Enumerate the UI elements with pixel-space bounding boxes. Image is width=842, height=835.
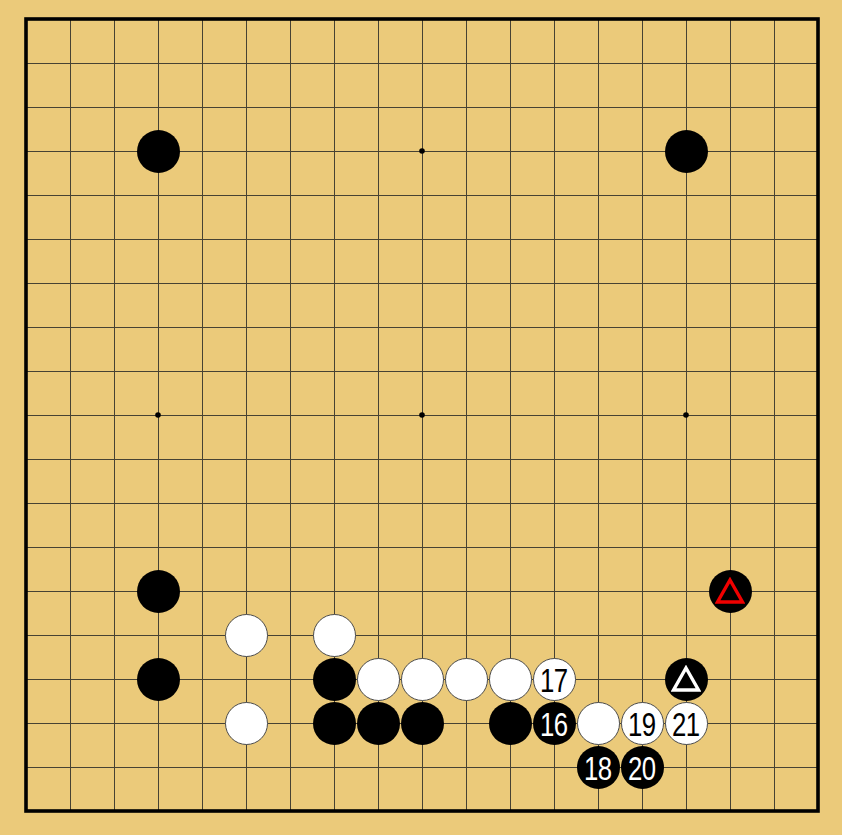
intersection-N16[interactable] (532, 129, 576, 173)
intersection-A16[interactable] (4, 129, 48, 173)
intersection-F11[interactable] (224, 349, 268, 393)
intersection-J19[interactable] (356, 0, 400, 41)
intersection-B10[interactable] (48, 393, 92, 437)
intersection-T10[interactable] (796, 393, 840, 437)
intersection-A8[interactable] (4, 481, 48, 525)
intersection-J2[interactable] (356, 745, 400, 789)
intersection-T17[interactable] (796, 85, 840, 129)
intersection-S19[interactable] (752, 0, 796, 41)
intersection-G11[interactable] (268, 349, 312, 393)
intersection-Q7[interactable] (664, 525, 708, 569)
intersection-H4[interactable] (312, 657, 356, 701)
intersection-Q16[interactable] (664, 129, 708, 173)
intersection-N19[interactable] (532, 0, 576, 41)
intersection-D9[interactable] (136, 437, 180, 481)
intersection-H5[interactable] (312, 613, 356, 657)
intersection-M4[interactable] (488, 657, 532, 701)
intersection-T16[interactable] (796, 129, 840, 173)
intersection-G18[interactable] (268, 41, 312, 85)
intersection-G1[interactable] (268, 789, 312, 833)
intersection-A4[interactable] (4, 657, 48, 701)
intersection-J12[interactable] (356, 305, 400, 349)
intersection-J5[interactable] (356, 613, 400, 657)
intersection-E7[interactable] (180, 525, 224, 569)
intersection-L6[interactable] (444, 569, 488, 613)
intersection-M15[interactable] (488, 173, 532, 217)
intersection-Q9[interactable] (664, 437, 708, 481)
intersection-T11[interactable] (796, 349, 840, 393)
intersection-G13[interactable] (268, 261, 312, 305)
intersection-B13[interactable] (48, 261, 92, 305)
intersection-R3[interactable] (708, 701, 752, 745)
intersection-R14[interactable] (708, 217, 752, 261)
intersection-C2[interactable] (92, 745, 136, 789)
intersection-K4[interactable] (400, 657, 444, 701)
intersection-L10[interactable] (444, 393, 488, 437)
intersection-K5[interactable] (400, 613, 444, 657)
intersection-E18[interactable] (180, 41, 224, 85)
intersection-R12[interactable] (708, 305, 752, 349)
intersection-H7[interactable] (312, 525, 356, 569)
intersection-J18[interactable] (356, 41, 400, 85)
intersection-L17[interactable] (444, 85, 488, 129)
intersection-O5[interactable] (576, 613, 620, 657)
intersection-A12[interactable] (4, 305, 48, 349)
intersection-S4[interactable] (752, 657, 796, 701)
intersection-B3[interactable] (48, 701, 92, 745)
intersection-T3[interactable] (796, 701, 840, 745)
intersection-N3[interactable]: 16 (532, 701, 576, 745)
intersection-B8[interactable] (48, 481, 92, 525)
intersection-J3[interactable] (356, 701, 400, 745)
intersection-L8[interactable] (444, 481, 488, 525)
intersection-L7[interactable] (444, 525, 488, 569)
intersection-D5[interactable] (136, 613, 180, 657)
intersection-B1[interactable] (48, 789, 92, 833)
intersection-T13[interactable] (796, 261, 840, 305)
intersection-N6[interactable] (532, 569, 576, 613)
intersection-K19[interactable] (400, 0, 444, 41)
intersection-O14[interactable] (576, 217, 620, 261)
intersection-E9[interactable] (180, 437, 224, 481)
intersection-F9[interactable] (224, 437, 268, 481)
intersection-P2[interactable]: 20 (620, 745, 664, 789)
intersection-J13[interactable] (356, 261, 400, 305)
intersection-P5[interactable] (620, 613, 664, 657)
intersection-A19[interactable] (4, 0, 48, 41)
intersection-G16[interactable] (268, 129, 312, 173)
intersection-S16[interactable] (752, 129, 796, 173)
intersection-H12[interactable] (312, 305, 356, 349)
intersection-P9[interactable] (620, 437, 664, 481)
intersection-F10[interactable] (224, 393, 268, 437)
intersection-R2[interactable] (708, 745, 752, 789)
intersection-N17[interactable] (532, 85, 576, 129)
intersection-L15[interactable] (444, 173, 488, 217)
intersection-K16[interactable] (400, 129, 444, 173)
intersection-K13[interactable] (400, 261, 444, 305)
intersection-O4[interactable] (576, 657, 620, 701)
intersection-D12[interactable] (136, 305, 180, 349)
intersection-Q4[interactable] (664, 657, 708, 701)
intersection-R10[interactable] (708, 393, 752, 437)
intersection-G9[interactable] (268, 437, 312, 481)
intersection-T8[interactable] (796, 481, 840, 525)
intersection-C8[interactable] (92, 481, 136, 525)
intersection-L2[interactable] (444, 745, 488, 789)
intersection-H16[interactable] (312, 129, 356, 173)
intersection-P6[interactable] (620, 569, 664, 613)
intersection-G4[interactable] (268, 657, 312, 701)
intersection-R7[interactable] (708, 525, 752, 569)
intersection-F15[interactable] (224, 173, 268, 217)
intersection-O11[interactable] (576, 349, 620, 393)
intersection-J1[interactable] (356, 789, 400, 833)
intersection-B4[interactable] (48, 657, 92, 701)
intersection-G10[interactable] (268, 393, 312, 437)
intersection-D1[interactable] (136, 789, 180, 833)
intersection-K2[interactable] (400, 745, 444, 789)
intersection-L12[interactable] (444, 305, 488, 349)
intersection-M8[interactable] (488, 481, 532, 525)
intersection-N9[interactable] (532, 437, 576, 481)
intersection-A9[interactable] (4, 437, 48, 481)
intersection-H11[interactable] (312, 349, 356, 393)
intersection-D18[interactable] (136, 41, 180, 85)
intersection-F6[interactable] (224, 569, 268, 613)
intersection-E13[interactable] (180, 261, 224, 305)
intersection-R9[interactable] (708, 437, 752, 481)
intersection-G2[interactable] (268, 745, 312, 789)
intersection-Q15[interactable] (664, 173, 708, 217)
intersection-G6[interactable] (268, 569, 312, 613)
intersection-J9[interactable] (356, 437, 400, 481)
intersection-G7[interactable] (268, 525, 312, 569)
intersection-M16[interactable] (488, 129, 532, 173)
intersection-M19[interactable] (488, 0, 532, 41)
intersection-T18[interactable] (796, 41, 840, 85)
intersection-D6[interactable] (136, 569, 180, 613)
intersection-H1[interactable] (312, 789, 356, 833)
intersection-P17[interactable] (620, 85, 664, 129)
intersection-Q5[interactable] (664, 613, 708, 657)
intersection-S15[interactable] (752, 173, 796, 217)
intersection-C13[interactable] (92, 261, 136, 305)
intersection-J8[interactable] (356, 481, 400, 525)
intersection-F1[interactable] (224, 789, 268, 833)
intersection-F17[interactable] (224, 85, 268, 129)
intersection-E8[interactable] (180, 481, 224, 525)
intersection-A6[interactable] (4, 569, 48, 613)
intersection-J17[interactable] (356, 85, 400, 129)
intersection-O19[interactable] (576, 0, 620, 41)
intersection-D19[interactable] (136, 0, 180, 41)
intersection-A3[interactable] (4, 701, 48, 745)
intersection-L14[interactable] (444, 217, 488, 261)
intersection-E5[interactable] (180, 613, 224, 657)
intersection-P7[interactable] (620, 525, 664, 569)
intersection-R17[interactable] (708, 85, 752, 129)
intersection-E17[interactable] (180, 85, 224, 129)
intersection-N4[interactable]: 17 (532, 657, 576, 701)
intersection-N8[interactable] (532, 481, 576, 525)
intersection-Q10[interactable] (664, 393, 708, 437)
intersection-T19[interactable] (796, 0, 840, 41)
intersection-H8[interactable] (312, 481, 356, 525)
intersection-D13[interactable] (136, 261, 180, 305)
intersection-O12[interactable] (576, 305, 620, 349)
intersection-A1[interactable] (4, 789, 48, 833)
intersection-A18[interactable] (4, 41, 48, 85)
intersection-S1[interactable] (752, 789, 796, 833)
intersection-B18[interactable] (48, 41, 92, 85)
intersection-R11[interactable] (708, 349, 752, 393)
intersection-Q8[interactable] (664, 481, 708, 525)
intersection-S6[interactable] (752, 569, 796, 613)
intersection-T14[interactable] (796, 217, 840, 261)
intersection-H17[interactable] (312, 85, 356, 129)
intersection-H15[interactable] (312, 173, 356, 217)
intersection-D15[interactable] (136, 173, 180, 217)
intersection-T2[interactable] (796, 745, 840, 789)
intersection-M14[interactable] (488, 217, 532, 261)
intersection-J6[interactable] (356, 569, 400, 613)
intersection-F8[interactable] (224, 481, 268, 525)
intersection-M9[interactable] (488, 437, 532, 481)
intersection-T9[interactable] (796, 437, 840, 481)
intersection-R8[interactable] (708, 481, 752, 525)
intersection-T12[interactable] (796, 305, 840, 349)
intersection-L18[interactable] (444, 41, 488, 85)
intersection-B16[interactable] (48, 129, 92, 173)
intersection-H13[interactable] (312, 261, 356, 305)
intersection-E6[interactable] (180, 569, 224, 613)
intersection-P18[interactable] (620, 41, 664, 85)
intersection-P16[interactable] (620, 129, 664, 173)
intersection-Q6[interactable] (664, 569, 708, 613)
intersection-F18[interactable] (224, 41, 268, 85)
intersection-C9[interactable] (92, 437, 136, 481)
intersection-D3[interactable] (136, 701, 180, 745)
intersection-E14[interactable] (180, 217, 224, 261)
intersection-Q1[interactable] (664, 789, 708, 833)
intersection-O8[interactable] (576, 481, 620, 525)
intersection-P12[interactable] (620, 305, 664, 349)
intersection-D11[interactable] (136, 349, 180, 393)
intersection-S9[interactable] (752, 437, 796, 481)
intersection-D14[interactable] (136, 217, 180, 261)
intersection-F16[interactable] (224, 129, 268, 173)
intersection-N15[interactable] (532, 173, 576, 217)
intersection-R5[interactable] (708, 613, 752, 657)
intersection-H9[interactable] (312, 437, 356, 481)
intersection-G17[interactable] (268, 85, 312, 129)
intersection-K3[interactable] (400, 701, 444, 745)
intersection-J4[interactable] (356, 657, 400, 701)
intersection-N12[interactable] (532, 305, 576, 349)
intersection-D4[interactable] (136, 657, 180, 701)
intersection-N7[interactable] (532, 525, 576, 569)
intersection-C6[interactable] (92, 569, 136, 613)
intersection-C16[interactable] (92, 129, 136, 173)
intersection-G15[interactable] (268, 173, 312, 217)
intersection-B12[interactable] (48, 305, 92, 349)
intersection-P3[interactable]: 19 (620, 701, 664, 745)
intersection-P14[interactable] (620, 217, 664, 261)
intersection-C10[interactable] (92, 393, 136, 437)
intersection-C18[interactable] (92, 41, 136, 85)
intersection-E12[interactable] (180, 305, 224, 349)
intersection-D8[interactable] (136, 481, 180, 525)
intersection-C11[interactable] (92, 349, 136, 393)
intersection-F19[interactable] (224, 0, 268, 41)
intersection-D10[interactable] (136, 393, 180, 437)
intersection-H14[interactable] (312, 217, 356, 261)
intersection-A13[interactable] (4, 261, 48, 305)
intersection-M2[interactable] (488, 745, 532, 789)
intersection-L16[interactable] (444, 129, 488, 173)
intersection-K12[interactable] (400, 305, 444, 349)
intersection-R6[interactable] (708, 569, 752, 613)
intersection-E11[interactable] (180, 349, 224, 393)
intersection-O13[interactable] (576, 261, 620, 305)
intersection-K18[interactable] (400, 41, 444, 85)
intersection-B9[interactable] (48, 437, 92, 481)
intersection-G5[interactable] (268, 613, 312, 657)
intersection-B11[interactable] (48, 349, 92, 393)
intersection-K17[interactable] (400, 85, 444, 129)
intersection-F13[interactable] (224, 261, 268, 305)
intersection-B15[interactable] (48, 173, 92, 217)
intersection-N2[interactable] (532, 745, 576, 789)
intersection-A17[interactable] (4, 85, 48, 129)
intersection-H3[interactable] (312, 701, 356, 745)
intersection-M12[interactable] (488, 305, 532, 349)
intersection-T7[interactable] (796, 525, 840, 569)
intersection-S10[interactable] (752, 393, 796, 437)
intersection-C5[interactable] (92, 613, 136, 657)
intersection-N18[interactable] (532, 41, 576, 85)
intersection-K11[interactable] (400, 349, 444, 393)
intersection-J11[interactable] (356, 349, 400, 393)
intersection-T6[interactable] (796, 569, 840, 613)
intersection-Q11[interactable] (664, 349, 708, 393)
intersection-R4[interactable] (708, 657, 752, 701)
intersection-S11[interactable] (752, 349, 796, 393)
intersection-C15[interactable] (92, 173, 136, 217)
intersection-P15[interactable] (620, 173, 664, 217)
intersection-P4[interactable] (620, 657, 664, 701)
intersection-M6[interactable] (488, 569, 532, 613)
intersection-Q17[interactable] (664, 85, 708, 129)
intersection-H2[interactable] (312, 745, 356, 789)
intersection-T15[interactable] (796, 173, 840, 217)
intersection-B19[interactable] (48, 0, 92, 41)
intersection-E15[interactable] (180, 173, 224, 217)
intersection-K7[interactable] (400, 525, 444, 569)
intersection-P10[interactable] (620, 393, 664, 437)
intersection-L11[interactable] (444, 349, 488, 393)
intersection-S8[interactable] (752, 481, 796, 525)
intersection-S18[interactable] (752, 41, 796, 85)
intersection-O16[interactable] (576, 129, 620, 173)
intersection-L19[interactable] (444, 0, 488, 41)
intersection-H6[interactable] (312, 569, 356, 613)
intersection-A11[interactable] (4, 349, 48, 393)
intersection-B2[interactable] (48, 745, 92, 789)
intersection-O7[interactable] (576, 525, 620, 569)
intersection-G19[interactable] (268, 0, 312, 41)
intersection-Q12[interactable] (664, 305, 708, 349)
intersection-H19[interactable] (312, 0, 356, 41)
intersection-Q13[interactable] (664, 261, 708, 305)
intersection-G8[interactable] (268, 481, 312, 525)
intersection-A14[interactable] (4, 217, 48, 261)
intersection-O18[interactable] (576, 41, 620, 85)
intersection-T4[interactable] (796, 657, 840, 701)
intersection-N10[interactable] (532, 393, 576, 437)
intersection-E10[interactable] (180, 393, 224, 437)
intersection-B7[interactable] (48, 525, 92, 569)
intersection-N11[interactable] (532, 349, 576, 393)
intersection-S7[interactable] (752, 525, 796, 569)
intersection-M1[interactable] (488, 789, 532, 833)
intersection-C7[interactable] (92, 525, 136, 569)
intersection-Q14[interactable] (664, 217, 708, 261)
intersection-S5[interactable] (752, 613, 796, 657)
intersection-M17[interactable] (488, 85, 532, 129)
intersection-O10[interactable] (576, 393, 620, 437)
intersection-K15[interactable] (400, 173, 444, 217)
intersection-Q3[interactable]: 21 (664, 701, 708, 745)
intersection-K1[interactable] (400, 789, 444, 833)
intersection-E4[interactable] (180, 657, 224, 701)
intersection-O3[interactable] (576, 701, 620, 745)
intersection-C14[interactable] (92, 217, 136, 261)
intersection-C1[interactable] (92, 789, 136, 833)
intersection-R18[interactable] (708, 41, 752, 85)
intersection-F12[interactable] (224, 305, 268, 349)
intersection-S12[interactable] (752, 305, 796, 349)
intersection-M10[interactable] (488, 393, 532, 437)
intersection-F7[interactable] (224, 525, 268, 569)
intersection-R1[interactable] (708, 789, 752, 833)
intersection-Q19[interactable] (664, 0, 708, 41)
intersection-O6[interactable] (576, 569, 620, 613)
intersection-S13[interactable] (752, 261, 796, 305)
intersection-T1[interactable] (796, 789, 840, 833)
intersection-Q18[interactable] (664, 41, 708, 85)
intersection-H18[interactable] (312, 41, 356, 85)
intersection-B17[interactable] (48, 85, 92, 129)
intersection-L13[interactable] (444, 261, 488, 305)
intersection-S17[interactable] (752, 85, 796, 129)
intersection-O15[interactable] (576, 173, 620, 217)
intersection-L9[interactable] (444, 437, 488, 481)
intersection-L4[interactable] (444, 657, 488, 701)
intersection-S3[interactable] (752, 701, 796, 745)
intersection-G12[interactable] (268, 305, 312, 349)
intersection-J7[interactable] (356, 525, 400, 569)
intersection-L5[interactable] (444, 613, 488, 657)
intersection-E2[interactable] (180, 745, 224, 789)
intersection-B6[interactable] (48, 569, 92, 613)
intersection-R13[interactable] (708, 261, 752, 305)
intersection-C4[interactable] (92, 657, 136, 701)
intersection-N1[interactable] (532, 789, 576, 833)
intersection-A7[interactable] (4, 525, 48, 569)
intersection-L3[interactable] (444, 701, 488, 745)
